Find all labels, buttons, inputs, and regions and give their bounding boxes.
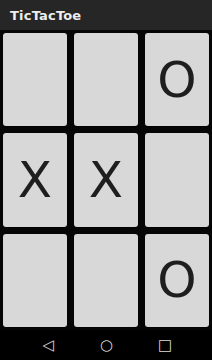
board-cell-r0c0[interactable] [3,33,67,126]
app-bar: TicTacToe [0,0,212,30]
recents-icon[interactable]: □ [158,338,170,353]
board-cell-r1c0[interactable]: X [3,133,67,226]
board-cell-r1c1[interactable]: X [74,133,138,226]
board-cell-r2c1[interactable] [74,234,138,327]
phone-screen: TicTacToe O X X O ◁ ○ □ [0,0,212,360]
navigation-bar: ◁ ○ □ [0,330,212,360]
board-cell-r0c1[interactable] [74,33,138,126]
board-grid: O X X O [3,33,209,327]
board-cell-r0c2[interactable]: O [145,33,209,126]
board-cell-r2c2[interactable]: O [145,234,209,327]
board-cell-r1c2[interactable] [145,133,209,226]
board-area: O X X O [0,30,212,330]
back-icon[interactable]: ◁ [42,338,54,353]
home-icon[interactable]: ○ [100,338,112,353]
board-cell-r2c0[interactable] [3,234,67,327]
app-title: TicTacToe [10,8,81,23]
